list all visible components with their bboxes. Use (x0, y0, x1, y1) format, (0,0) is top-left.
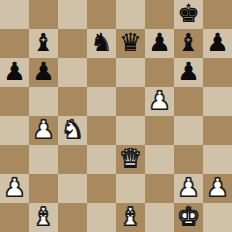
piece-black-pawn: ♟ (177, 58, 199, 86)
square-d5[interactable] (87, 87, 116, 116)
square-a1[interactable] (0, 203, 29, 232)
square-e3[interactable]: ♛ (116, 145, 145, 174)
piece-black-pawn: ♟ (206, 29, 228, 57)
square-g6[interactable]: ♟ (174, 58, 203, 87)
square-g7[interactable]: ♝ (174, 29, 203, 58)
square-h4[interactable] (203, 116, 232, 145)
piece-black-pawn: ♟ (32, 58, 54, 86)
piece-black-pawn: ♟ (3, 58, 25, 86)
square-d4[interactable] (87, 116, 116, 145)
square-h1[interactable] (203, 203, 232, 232)
square-f6[interactable] (145, 58, 174, 87)
square-h3[interactable] (203, 145, 232, 174)
square-a2[interactable]: ♟ (0, 174, 29, 203)
square-b6[interactable]: ♟ (29, 58, 58, 87)
square-d6[interactable] (87, 58, 116, 87)
piece-black-bishop: ♝ (177, 29, 199, 57)
piece-white-pawn: ♟ (3, 174, 25, 202)
piece-white-pawn: ♟ (206, 174, 228, 202)
square-f5[interactable]: ♟ (145, 87, 174, 116)
square-f3[interactable] (145, 145, 174, 174)
square-b1[interactable]: ♝ (29, 203, 58, 232)
piece-black-king: ♚ (177, 0, 199, 28)
piece-white-bishop: ♝ (32, 203, 54, 231)
square-c4[interactable]: ♞ (58, 116, 87, 145)
square-e1[interactable]: ♝ (116, 203, 145, 232)
square-b7[interactable]: ♝ (29, 29, 58, 58)
square-e8[interactable] (116, 0, 145, 29)
square-a3[interactable] (0, 145, 29, 174)
square-c5[interactable] (58, 87, 87, 116)
piece-white-king: ♚ (177, 203, 199, 231)
square-a8[interactable] (0, 0, 29, 29)
square-a7[interactable] (0, 29, 29, 58)
square-g2[interactable]: ♟ (174, 174, 203, 203)
square-b5[interactable] (29, 87, 58, 116)
square-c3[interactable] (58, 145, 87, 174)
square-d3[interactable] (87, 145, 116, 174)
piece-black-bishop: ♝ (32, 29, 54, 57)
square-d7[interactable]: ♞ (87, 29, 116, 58)
square-e2[interactable] (116, 174, 145, 203)
piece-black-queen: ♛ (119, 29, 141, 57)
square-g3[interactable] (174, 145, 203, 174)
square-d2[interactable] (87, 174, 116, 203)
square-b2[interactable] (29, 174, 58, 203)
square-g8[interactable]: ♚ (174, 0, 203, 29)
square-h8[interactable] (203, 0, 232, 29)
square-g5[interactable] (174, 87, 203, 116)
square-e7[interactable]: ♛ (116, 29, 145, 58)
square-c2[interactable] (58, 174, 87, 203)
square-a4[interactable] (0, 116, 29, 145)
piece-black-pawn: ♟ (148, 29, 170, 57)
piece-black-knight: ♞ (90, 29, 112, 57)
square-c8[interactable] (58, 0, 87, 29)
board-wrap: ♚♝♞♛♟♝♟♟♟♟♟♟♞♛♟♟♟♝♝♚ (0, 0, 232, 232)
square-c7[interactable] (58, 29, 87, 58)
square-f1[interactable] (145, 203, 174, 232)
square-g1[interactable]: ♚ (174, 203, 203, 232)
square-b3[interactable] (29, 145, 58, 174)
chess-board: ♚♝♞♛♟♝♟♟♟♟♟♟♞♛♟♟♟♝♝♚ (0, 0, 232, 232)
square-d1[interactable] (87, 203, 116, 232)
square-c1[interactable] (58, 203, 87, 232)
square-f2[interactable] (145, 174, 174, 203)
square-h2[interactable]: ♟ (203, 174, 232, 203)
piece-white-knight: ♞ (61, 116, 83, 144)
square-e4[interactable] (116, 116, 145, 145)
square-d8[interactable] (87, 0, 116, 29)
square-e5[interactable] (116, 87, 145, 116)
square-b4[interactable]: ♟ (29, 116, 58, 145)
square-f7[interactable]: ♟ (145, 29, 174, 58)
square-h5[interactable] (203, 87, 232, 116)
square-h7[interactable]: ♟ (203, 29, 232, 58)
square-a6[interactable]: ♟ (0, 58, 29, 87)
piece-white-bishop: ♝ (119, 203, 141, 231)
square-c6[interactable] (58, 58, 87, 87)
square-g4[interactable] (174, 116, 203, 145)
square-h6[interactable] (203, 58, 232, 87)
square-a5[interactable] (0, 87, 29, 116)
piece-white-queen: ♛ (119, 145, 141, 173)
square-f8[interactable] (145, 0, 174, 29)
piece-white-pawn: ♟ (177, 174, 199, 202)
piece-white-pawn: ♟ (148, 87, 170, 115)
square-f4[interactable] (145, 116, 174, 145)
square-b8[interactable] (29, 0, 58, 29)
piece-white-pawn: ♟ (32, 116, 54, 144)
square-e6[interactable] (116, 58, 145, 87)
